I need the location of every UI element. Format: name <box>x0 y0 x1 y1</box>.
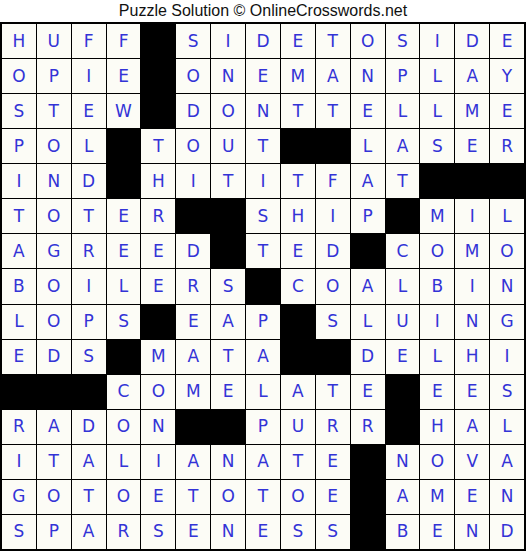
letter-cell: M <box>455 234 489 268</box>
letter-cell: R <box>141 199 175 233</box>
letter-cell: O <box>176 129 210 163</box>
letter-cell: L <box>2 305 36 339</box>
letter-cell: E <box>72 94 106 128</box>
letter-cell: H <box>281 199 315 233</box>
letter-cell: T <box>211 164 245 198</box>
letter-cell: L <box>246 375 280 409</box>
letter-cell: E <box>281 234 315 268</box>
letter-cell: S <box>141 515 175 549</box>
letter-cell: O <box>211 480 245 514</box>
black-cell <box>351 480 385 514</box>
letter-cell: L <box>490 199 524 233</box>
letter-cell: E <box>455 375 489 409</box>
letter-cell: O <box>141 375 175 409</box>
letter-cell: T <box>316 375 350 409</box>
black-cell <box>281 340 315 374</box>
letter-cell: E <box>176 515 210 549</box>
letter-cell: E <box>455 480 489 514</box>
letter-cell: A <box>37 410 71 444</box>
letter-cell: T <box>246 129 280 163</box>
black-cell <box>211 410 245 444</box>
letter-cell: T <box>141 129 175 163</box>
letter-cell: A <box>316 59 350 93</box>
letter-cell: A <box>211 305 245 339</box>
letter-cell: E <box>316 445 350 479</box>
letter-cell: O <box>176 59 210 93</box>
letter-cell: R <box>2 410 36 444</box>
letter-cell: N <box>141 410 175 444</box>
letter-cell: D <box>72 164 106 198</box>
black-cell <box>211 234 245 268</box>
letter-cell: F <box>316 164 350 198</box>
letter-cell: A <box>351 269 385 303</box>
black-cell <box>107 340 141 374</box>
letter-cell: L <box>351 129 385 163</box>
letter-cell: E <box>420 515 454 549</box>
black-cell <box>351 234 385 268</box>
letter-cell: S <box>246 199 280 233</box>
letter-cell: O <box>37 269 71 303</box>
letter-cell: C <box>107 375 141 409</box>
letter-cell: P <box>386 59 420 93</box>
letter-cell: L <box>420 94 454 128</box>
letter-cell: O <box>37 305 71 339</box>
page-title: Puzzle Solution © OnlineCrosswords.net <box>0 0 526 22</box>
letter-cell: E <box>351 375 385 409</box>
letter-cell: E <box>107 234 141 268</box>
letter-cell: E <box>211 375 245 409</box>
letter-cell: E <box>246 515 280 549</box>
letter-cell: D <box>72 410 106 444</box>
letter-cell: A <box>72 515 106 549</box>
letter-cell: R <box>176 269 210 303</box>
letter-cell: N <box>211 515 245 549</box>
letter-cell: N <box>490 269 524 303</box>
letter-cell: N <box>351 59 385 93</box>
letter-cell: P <box>37 515 71 549</box>
letter-cell: T <box>281 445 315 479</box>
letter-cell: A <box>386 480 420 514</box>
letter-cell: E <box>490 94 524 128</box>
letter-cell: T <box>37 94 71 128</box>
letter-cell: E <box>107 59 141 93</box>
letter-cell: S <box>2 94 36 128</box>
black-cell <box>107 164 141 198</box>
letter-cell: L <box>420 340 454 374</box>
letter-cell: T <box>2 199 36 233</box>
letter-cell: A <box>72 445 106 479</box>
letter-cell: A <box>176 445 210 479</box>
letter-cell: O <box>107 480 141 514</box>
letter-cell: R <box>351 410 385 444</box>
black-cell <box>281 305 315 339</box>
letter-cell: S <box>316 305 350 339</box>
black-cell <box>281 129 315 163</box>
letter-cell: M <box>281 59 315 93</box>
letter-cell: N <box>490 480 524 514</box>
letter-cell: O <box>351 24 385 58</box>
letter-cell: A <box>455 410 489 444</box>
letter-cell: T <box>37 445 71 479</box>
crossword-grid: HUFFSIDETOSIDEOPIEONEMANPLAYSTEWDONTTELL… <box>0 22 526 551</box>
letter-cell: W <box>107 94 141 128</box>
letter-cell: N <box>455 515 489 549</box>
letter-cell: R <box>490 129 524 163</box>
letter-cell: A <box>386 129 420 163</box>
letter-cell: M <box>420 199 454 233</box>
letter-cell: R <box>316 410 350 444</box>
letter-cell: D <box>37 340 71 374</box>
black-cell <box>455 164 489 198</box>
letter-cell: S <box>281 515 315 549</box>
letter-cell: I <box>2 164 36 198</box>
letter-cell: P <box>72 305 106 339</box>
letter-cell: E <box>176 305 210 339</box>
letter-cell: O <box>107 410 141 444</box>
black-cell <box>211 199 245 233</box>
letter-cell: P <box>351 199 385 233</box>
letter-cell: L <box>386 269 420 303</box>
letter-cell: D <box>246 24 280 58</box>
letter-cell: S <box>316 515 350 549</box>
black-cell <box>176 410 210 444</box>
letter-cell: U <box>386 305 420 339</box>
letter-cell: G <box>37 234 71 268</box>
letter-cell: E <box>246 59 280 93</box>
letter-cell: S <box>490 375 524 409</box>
letter-cell: I <box>420 305 454 339</box>
letter-cell: A <box>176 340 210 374</box>
letter-cell: O <box>37 129 71 163</box>
letter-cell: G <box>2 480 36 514</box>
letter-cell: A <box>281 375 315 409</box>
letter-cell: O <box>281 480 315 514</box>
letter-cell: R <box>72 234 106 268</box>
letter-cell: I <box>211 24 245 58</box>
letter-cell: I <box>316 199 350 233</box>
letter-cell: D <box>176 234 210 268</box>
letter-cell: E <box>386 340 420 374</box>
letter-cell: T <box>316 94 350 128</box>
letter-cell: I <box>455 269 489 303</box>
letter-cell: T <box>211 340 245 374</box>
letter-cell: O <box>37 480 71 514</box>
letter-cell: T <box>246 480 280 514</box>
letter-cell: A <box>246 445 280 479</box>
letter-cell: E <box>281 24 315 58</box>
letter-cell: A <box>246 340 280 374</box>
letter-cell: I <box>246 164 280 198</box>
letter-cell: I <box>420 24 454 58</box>
letter-cell: H <box>141 164 175 198</box>
letter-cell: E <box>316 480 350 514</box>
letter-cell: P <box>246 410 280 444</box>
letter-cell: O <box>37 199 71 233</box>
letter-cell: P <box>37 59 71 93</box>
letter-cell: S <box>72 340 106 374</box>
letter-cell: S <box>420 129 454 163</box>
black-cell <box>246 269 280 303</box>
black-cell <box>316 340 350 374</box>
letter-cell: O <box>420 234 454 268</box>
letter-cell: A <box>455 59 489 93</box>
letter-cell: L <box>351 305 385 339</box>
black-cell <box>386 199 420 233</box>
letter-cell: R <box>107 515 141 549</box>
letter-cell: T <box>281 164 315 198</box>
black-cell <box>107 129 141 163</box>
letter-cell: E <box>455 129 489 163</box>
letter-cell: O <box>316 269 350 303</box>
letter-cell: N <box>246 94 280 128</box>
letter-cell: B <box>2 269 36 303</box>
black-cell <box>420 164 454 198</box>
letter-cell: B <box>420 269 454 303</box>
letter-cell: E <box>420 375 454 409</box>
letter-cell: U <box>281 410 315 444</box>
letter-cell: E <box>141 234 175 268</box>
letter-cell: O <box>490 234 524 268</box>
letter-cell: I <box>2 445 36 479</box>
black-cell <box>141 24 175 58</box>
letter-cell: E <box>2 340 36 374</box>
letter-cell: F <box>72 24 106 58</box>
letter-cell: E <box>351 94 385 128</box>
letter-cell: D <box>351 340 385 374</box>
black-cell <box>351 515 385 549</box>
letter-cell: T <box>281 94 315 128</box>
letter-cell: D <box>176 94 210 128</box>
letter-cell: T <box>72 480 106 514</box>
letter-cell: E <box>141 269 175 303</box>
letter-cell: D <box>490 515 524 549</box>
letter-cell: T <box>176 480 210 514</box>
letter-cell: E <box>490 24 524 58</box>
letter-cell: U <box>211 129 245 163</box>
letter-cell: A <box>351 164 385 198</box>
black-cell <box>176 199 210 233</box>
letter-cell: F <box>107 24 141 58</box>
letter-cell: E <box>107 199 141 233</box>
letter-cell: E <box>141 480 175 514</box>
black-cell <box>141 305 175 339</box>
black-cell <box>316 129 350 163</box>
letter-cell: L <box>72 129 106 163</box>
letter-cell: I <box>72 269 106 303</box>
letter-cell: S <box>176 24 210 58</box>
letter-cell: I <box>490 340 524 374</box>
letter-cell: A <box>490 445 524 479</box>
letter-cell: D <box>316 234 350 268</box>
letter-cell: O <box>2 59 36 93</box>
black-cell <box>386 410 420 444</box>
black-cell <box>37 375 71 409</box>
letter-cell: H <box>420 410 454 444</box>
black-cell <box>386 375 420 409</box>
letter-cell: O <box>420 445 454 479</box>
letter-cell: Y <box>490 59 524 93</box>
letter-cell: M <box>420 480 454 514</box>
black-cell <box>351 445 385 479</box>
letter-cell: N <box>211 59 245 93</box>
letter-cell: U <box>37 24 71 58</box>
letter-cell: L <box>386 94 420 128</box>
letter-cell: G <box>490 305 524 339</box>
letter-cell: S <box>386 24 420 58</box>
letter-cell: P <box>246 305 280 339</box>
letter-cell: O <box>211 94 245 128</box>
letter-cell: H <box>2 24 36 58</box>
letter-cell: S <box>107 305 141 339</box>
letter-cell: C <box>386 234 420 268</box>
black-cell <box>490 164 524 198</box>
letter-cell: T <box>316 24 350 58</box>
letter-cell: M <box>141 340 175 374</box>
letter-cell: L <box>420 59 454 93</box>
letter-cell: I <box>176 164 210 198</box>
letter-cell: L <box>107 269 141 303</box>
letter-cell: C <box>281 269 315 303</box>
letter-cell: P <box>2 129 36 163</box>
letter-cell: A <box>2 234 36 268</box>
letter-cell: L <box>490 410 524 444</box>
letter-cell: V <box>455 445 489 479</box>
letter-cell: L <box>107 445 141 479</box>
letter-cell: I <box>141 445 175 479</box>
letter-cell: T <box>72 199 106 233</box>
letter-cell: N <box>37 164 71 198</box>
letter-cell: B <box>386 515 420 549</box>
letter-cell: D <box>455 24 489 58</box>
letter-cell: N <box>211 445 245 479</box>
letter-cell: S <box>211 269 245 303</box>
letter-cell: S <box>2 515 36 549</box>
letter-cell: N <box>386 445 420 479</box>
letter-cell: I <box>72 59 106 93</box>
black-cell <box>2 375 36 409</box>
black-cell <box>141 59 175 93</box>
letter-cell: H <box>455 340 489 374</box>
letter-cell: I <box>455 199 489 233</box>
letter-cell: T <box>386 164 420 198</box>
letter-cell: M <box>176 375 210 409</box>
black-cell <box>141 94 175 128</box>
letter-cell: T <box>246 234 280 268</box>
black-cell <box>72 375 106 409</box>
letter-cell: M <box>455 94 489 128</box>
letter-cell: N <box>455 305 489 339</box>
